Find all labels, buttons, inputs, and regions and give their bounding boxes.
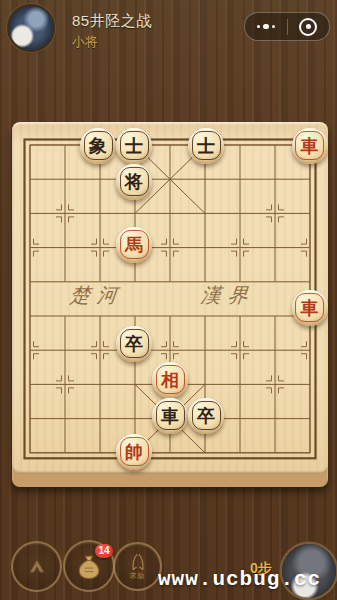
level-title: 85井陉之战 xyxy=(72,12,152,31)
player-avatar[interactable] xyxy=(9,6,53,50)
pieces-grid: 象士士車将馬車卒相車卒帥 xyxy=(13,128,328,470)
hint-bag-button[interactable]: 14 xyxy=(63,540,115,592)
piece-red-車[interactable]: 車 xyxy=(292,290,328,326)
piece-black-車[interactable]: 車 xyxy=(152,398,188,434)
piece-black-将[interactable]: 将 xyxy=(116,164,152,200)
more-button[interactable] xyxy=(245,13,287,40)
piece-black-卒[interactable]: 卒 xyxy=(116,326,152,362)
expand-menu-button[interactable] xyxy=(11,541,62,592)
ellipsis-icon xyxy=(257,24,276,30)
piece-black-士[interactable]: 士 xyxy=(188,128,224,164)
help-button[interactable]: 求助 xyxy=(113,542,162,591)
chevron-up-icon xyxy=(22,552,52,582)
piece-red-相[interactable]: 相 xyxy=(152,362,188,398)
watermark-text: www.ucbug.cc xyxy=(158,568,321,591)
piece-black-卒[interactable]: 卒 xyxy=(188,398,224,434)
piece-black-象[interactable]: 象 xyxy=(80,128,116,164)
piece-red-帥[interactable]: 帥 xyxy=(116,434,152,470)
miniprogram-capsule xyxy=(244,12,330,41)
close-button[interactable] xyxy=(288,13,330,40)
target-circle-icon xyxy=(299,18,317,36)
piece-black-士[interactable]: 士 xyxy=(116,128,152,164)
app: { "header": { "title": "85井陉之战", "subtit… xyxy=(0,0,337,600)
help-label: 求助 xyxy=(130,571,146,581)
piece-red-車[interactable]: 車 xyxy=(292,128,328,164)
piece-red-馬[interactable]: 馬 xyxy=(116,227,152,263)
hint-count-badge: 14 xyxy=(95,544,113,558)
level-subtitle: 小将 xyxy=(72,33,98,51)
